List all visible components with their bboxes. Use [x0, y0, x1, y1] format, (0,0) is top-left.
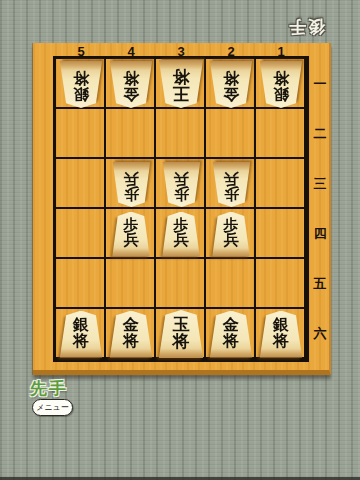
piece-face: 金将: [109, 311, 153, 358]
shogi-piece-金将-2一[interactable]: 金将: [209, 61, 253, 108]
shogi-piece-玉将-3六[interactable]: 玉将: [158, 310, 204, 358]
piece-kanji: 将: [123, 69, 139, 85]
piece-kanji: 兵: [124, 170, 139, 185]
piece-kanji: 将: [73, 333, 89, 349]
piece-face: 王将: [158, 60, 204, 108]
piece-kanji: 歩: [224, 218, 239, 233]
piece-face: 銀将: [59, 311, 103, 358]
gote-player-label: 後手: [287, 15, 325, 38]
game-screen: 後手 54321 一二三四五六 銀将金将王将金将銀将歩兵歩兵歩兵歩兵歩兵歩兵銀将…: [0, 0, 360, 480]
piece-face: 歩兵: [162, 212, 201, 257]
piece-kanji: 将: [223, 69, 239, 85]
piece-kanji: 金: [123, 317, 139, 333]
piece-kanji: 金: [123, 85, 139, 101]
rank-label-1: 一: [312, 59, 328, 109]
piece-face: 歩兵: [162, 162, 201, 207]
piece-kanji: 歩: [124, 218, 139, 233]
shogi-piece-王将-3一[interactable]: 王将: [158, 60, 204, 108]
piece-kanji: 兵: [174, 170, 189, 185]
piece-kanji: 兵: [174, 233, 189, 248]
piece-kanji: 銀: [73, 85, 89, 101]
piece-face: 銀将: [259, 61, 303, 108]
shogi-piece-銀将-1一[interactable]: 銀将: [259, 61, 303, 108]
piece-kanji: 将: [223, 333, 239, 349]
menu-button[interactable]: メニュー: [32, 399, 73, 416]
piece-kanji: 将: [73, 69, 89, 85]
shogi-piece-歩兵-4三[interactable]: 歩兵: [112, 162, 151, 207]
rank-label-2: 二: [312, 109, 328, 159]
rank-label-5: 五: [312, 259, 328, 309]
piece-face: 銀将: [59, 61, 103, 108]
shogi-piece-金将-2六[interactable]: 金将: [209, 311, 253, 358]
rank-label-4: 四: [312, 209, 328, 259]
piece-face: 金将: [109, 61, 153, 108]
rank-label-6: 六: [312, 309, 328, 359]
piece-kanji: 歩: [124, 185, 139, 200]
shogi-piece-歩兵-2四[interactable]: 歩兵: [212, 212, 251, 257]
piece-kanji: 金: [223, 85, 239, 101]
rank-labels: 一二三四五六: [312, 59, 328, 359]
piece-face: 金将: [209, 311, 253, 358]
piece-kanji: 歩: [174, 218, 189, 233]
shogi-board: 54321 一二三四五六 銀将金将王将金将銀将歩兵歩兵歩兵歩兵歩兵歩兵銀将金将玉…: [33, 43, 331, 375]
piece-kanji: 将: [173, 67, 190, 84]
shogi-piece-歩兵-2三[interactable]: 歩兵: [212, 162, 251, 207]
shogi-piece-金将-4六[interactable]: 金将: [109, 311, 153, 358]
shogi-piece-歩兵-3三[interactable]: 歩兵: [162, 162, 201, 207]
shogi-piece-歩兵-3四[interactable]: 歩兵: [162, 212, 201, 257]
piece-face: 金将: [209, 61, 253, 108]
piece-face: 歩兵: [212, 212, 251, 257]
board-grid[interactable]: 銀将金将王将金将銀将歩兵歩兵歩兵歩兵歩兵歩兵銀将金将玉将金将銀将: [53, 56, 309, 362]
shogi-piece-銀将-5六[interactable]: 銀将: [59, 311, 103, 358]
piece-kanji: 銀: [73, 317, 89, 333]
piece-kanji: 兵: [124, 233, 139, 248]
piece-face: 銀将: [259, 311, 303, 358]
piece-face: 歩兵: [112, 162, 151, 207]
piece-kanji: 玉: [173, 316, 190, 333]
rank-label-3: 三: [312, 159, 328, 209]
piece-kanji: 歩: [174, 185, 189, 200]
piece-kanji: 将: [123, 333, 139, 349]
piece-kanji: 兵: [224, 233, 239, 248]
piece-kanji: 王: [173, 85, 190, 102]
piece-kanji: 銀: [273, 317, 289, 333]
shogi-piece-金将-4一[interactable]: 金将: [109, 61, 153, 108]
piece-kanji: 金: [223, 317, 239, 333]
piece-kanji: 歩: [224, 185, 239, 200]
shogi-piece-銀将-1六[interactable]: 銀将: [259, 311, 303, 358]
shogi-piece-銀将-5一[interactable]: 銀将: [59, 61, 103, 108]
piece-kanji: 将: [273, 333, 289, 349]
shogi-piece-歩兵-4四[interactable]: 歩兵: [112, 212, 151, 257]
piece-face: 歩兵: [212, 162, 251, 207]
piece-face: 玉将: [158, 310, 204, 358]
sente-player-label: 先手: [30, 377, 68, 400]
piece-face: 歩兵: [112, 212, 151, 257]
piece-kanji: 兵: [224, 170, 239, 185]
piece-kanji: 将: [273, 69, 289, 85]
piece-kanji: 将: [173, 333, 190, 350]
piece-kanji: 銀: [273, 85, 289, 101]
